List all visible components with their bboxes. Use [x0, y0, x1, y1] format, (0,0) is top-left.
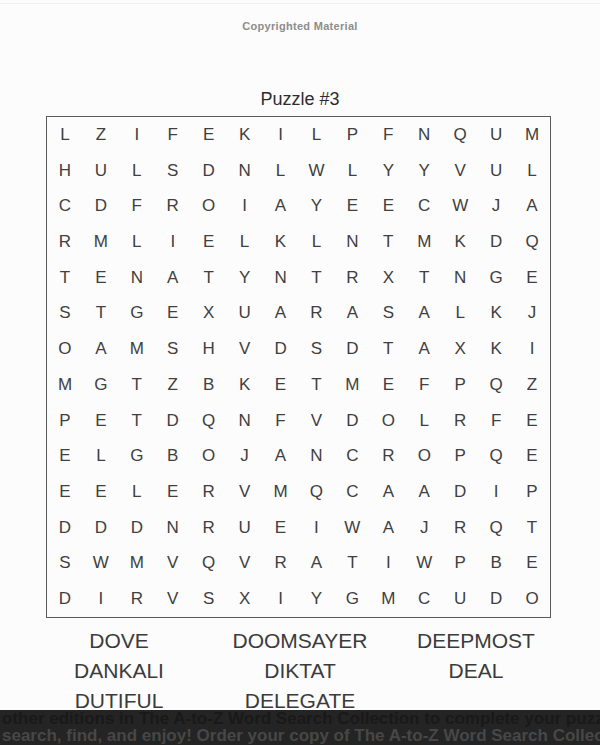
grid-cell: D — [263, 331, 299, 367]
grid-cell: A — [298, 546, 334, 582]
grid-cell: Z — [83, 117, 119, 153]
grid-cell: M — [119, 331, 155, 367]
grid-cell: N — [442, 260, 478, 296]
grid-cell: C — [406, 188, 442, 224]
grid-cell: O — [406, 438, 442, 474]
grid-cell: A — [406, 331, 442, 367]
grid-cell: V — [227, 546, 263, 582]
grid-cell: D — [155, 403, 191, 439]
grid-cell: C — [334, 474, 370, 510]
grid-cell: K — [478, 331, 514, 367]
grid-cell: S — [47, 296, 83, 332]
grid-cell: B — [155, 438, 191, 474]
grid-cell: V — [227, 331, 263, 367]
grid-cell: T — [334, 546, 370, 582]
grid-cell: F — [478, 403, 514, 439]
grid-cell: E — [514, 403, 550, 439]
grid-cell: Y — [298, 581, 334, 617]
grid-cell: U — [83, 153, 119, 189]
grid-cell: E — [370, 367, 406, 403]
grid-cell: U — [227, 510, 263, 546]
grid-cell: L — [334, 153, 370, 189]
grid-cell: K — [263, 224, 299, 260]
grid-cell: L — [298, 117, 334, 153]
word-list-item: DANKALI — [28, 656, 210, 686]
grid-cell: P — [514, 474, 550, 510]
grid-cell: N — [334, 224, 370, 260]
grid-cell: C — [47, 188, 83, 224]
grid-cell: A — [263, 296, 299, 332]
grid-cell: A — [370, 474, 406, 510]
grid-cell: P — [47, 403, 83, 439]
grid-cell: W — [442, 188, 478, 224]
grid-cell: D — [191, 153, 227, 189]
word-list-item: DEAL — [390, 656, 562, 686]
copyright-notice: Copyrighted Material — [0, 20, 600, 32]
grid-cell: L — [406, 403, 442, 439]
grid-cell: N — [406, 117, 442, 153]
grid-cell: E — [155, 296, 191, 332]
grid-cell: O — [47, 331, 83, 367]
grid-cell: Y — [406, 153, 442, 189]
grid-cell: L — [83, 438, 119, 474]
grid-cell: M — [334, 367, 370, 403]
grid-cell: J — [406, 510, 442, 546]
grid-cell: G — [119, 296, 155, 332]
grid-cell: R — [370, 438, 406, 474]
grid-cell: N — [119, 260, 155, 296]
grid-cell: M — [514, 117, 550, 153]
grid-cell: A — [406, 296, 442, 332]
footer-text-line2: search, find, and enjoy! Order your copy… — [0, 727, 600, 745]
grid-cell: Q — [478, 510, 514, 546]
grid-cell: L — [442, 296, 478, 332]
grid-cell: I — [370, 546, 406, 582]
grid-cell: P — [442, 438, 478, 474]
grid-cell: G — [334, 581, 370, 617]
grid-cell: O — [191, 188, 227, 224]
grid-cell: D — [478, 224, 514, 260]
grid-cell: R — [442, 403, 478, 439]
grid-cell: A — [370, 510, 406, 546]
grid-cell: Z — [514, 367, 550, 403]
grid-cell: L — [263, 153, 299, 189]
top-divider — [0, 3, 600, 4]
grid-cell: E — [514, 260, 550, 296]
grid-cell: U — [442, 581, 478, 617]
grid-cell: F — [263, 403, 299, 439]
grid-cell: S — [155, 331, 191, 367]
grid-cell: F — [370, 117, 406, 153]
grid-cell: F — [406, 367, 442, 403]
grid-cell: X — [442, 331, 478, 367]
word-search-grid: LZIFEKILPFNQUMHULSDNLWLYYVULCDFROIAYEECW… — [46, 116, 551, 618]
grid-cell: S — [298, 331, 334, 367]
grid-cell: Q — [478, 438, 514, 474]
grid-cell: T — [298, 367, 334, 403]
grid-cell: L — [119, 224, 155, 260]
grid-cell: Q — [191, 546, 227, 582]
grid-cell: M — [370, 581, 406, 617]
footer-overlay: other editions in The A-to-Z Word Search… — [0, 710, 600, 745]
grid-cell: W — [298, 153, 334, 189]
grid-cell: S — [191, 581, 227, 617]
footer-text-line1: other editions in The A-to-Z Word Search… — [0, 710, 600, 727]
grid-cell: E — [83, 403, 119, 439]
grid-cell: Q — [478, 367, 514, 403]
grid-cell: Q — [442, 117, 478, 153]
grid-cell: N — [263, 260, 299, 296]
grid-cell: D — [83, 510, 119, 546]
grid-cell: A — [514, 188, 550, 224]
grid-cell: T — [514, 510, 550, 546]
grid-cell: O — [370, 403, 406, 439]
grid-cell: H — [191, 331, 227, 367]
grid-cell: V — [227, 474, 263, 510]
grid-cell: K — [478, 296, 514, 332]
grid-cell: I — [478, 474, 514, 510]
grid-cell: P — [442, 367, 478, 403]
grid-cell: E — [47, 438, 83, 474]
grid-cell: L — [514, 153, 550, 189]
grid-cell: T — [191, 260, 227, 296]
grid-cell: Q — [191, 403, 227, 439]
grid-cell: G — [119, 438, 155, 474]
grid-cell: R — [191, 510, 227, 546]
grid-cell: A — [334, 296, 370, 332]
grid-cell: W — [83, 546, 119, 582]
grid-cell: Y — [227, 260, 263, 296]
grid-cell: V — [442, 153, 478, 189]
grid-cell: J — [227, 438, 263, 474]
grid-cell: V — [298, 403, 334, 439]
grid-cell: F — [155, 117, 191, 153]
grid-cell: E — [83, 260, 119, 296]
grid-cell: P — [442, 546, 478, 582]
grid-cell: M — [406, 224, 442, 260]
grid-cell: T — [370, 224, 406, 260]
grid-cell: V — [155, 546, 191, 582]
grid-cell: K — [227, 117, 263, 153]
grid-cell: E — [370, 188, 406, 224]
grid-cell: X — [191, 296, 227, 332]
grid-cell: Q — [298, 474, 334, 510]
grid-cell: N — [298, 438, 334, 474]
grid-cell: F — [119, 188, 155, 224]
grid-cell: I — [263, 117, 299, 153]
word-list-item: DEEPMOST — [390, 626, 562, 656]
grid-cell: P — [334, 117, 370, 153]
grid-cell: R — [155, 188, 191, 224]
word-list: DOVEDOOMSAYERDEEPMOSTDANKALIDIKTATDEALDU… — [28, 626, 572, 716]
grid-cell: M — [83, 224, 119, 260]
grid-cell: N — [227, 153, 263, 189]
grid-cell: I — [514, 331, 550, 367]
grid-cell: W — [406, 546, 442, 582]
grid-cell: I — [227, 188, 263, 224]
grid-cell: G — [478, 260, 514, 296]
grid-cell: R — [191, 474, 227, 510]
grid-cell: L — [119, 474, 155, 510]
grid-cell: K — [442, 224, 478, 260]
grid-cell: N — [227, 403, 263, 439]
grid-cell: I — [155, 224, 191, 260]
grid-cell: E — [191, 224, 227, 260]
grid-cell: Y — [370, 153, 406, 189]
grid-cell: D — [47, 510, 83, 546]
grid-cell: E — [514, 438, 550, 474]
grid-cell: E — [155, 474, 191, 510]
grid-cell: D — [478, 581, 514, 617]
grid-cell: R — [442, 510, 478, 546]
grid-cell: D — [83, 188, 119, 224]
grid-cell: D — [334, 403, 370, 439]
grid-cell: C — [406, 581, 442, 617]
grid-cell: L — [47, 117, 83, 153]
grid-cell: R — [263, 546, 299, 582]
grid-cell: I — [119, 117, 155, 153]
grid-cell: L — [298, 224, 334, 260]
grid-cell: J — [514, 296, 550, 332]
grid-cell: U — [478, 153, 514, 189]
grid-cell: T — [119, 367, 155, 403]
book-page: Copyrighted Material Puzzle #3 LZIFEKILP… — [0, 0, 600, 745]
grid-cell: E — [263, 510, 299, 546]
grid-cell: E — [83, 474, 119, 510]
grid-cell: S — [370, 296, 406, 332]
grid-cell: A — [83, 331, 119, 367]
grid-cell: J — [478, 188, 514, 224]
grid-cell: R — [119, 581, 155, 617]
grid-cell: G — [83, 367, 119, 403]
grid-cell: C — [334, 438, 370, 474]
grid-cell: U — [478, 117, 514, 153]
grid-cell: D — [47, 581, 83, 617]
word-list-item: DOOMSAYER — [210, 626, 390, 656]
grid-cell: V — [155, 581, 191, 617]
grid-cell: E — [514, 546, 550, 582]
grid-cell: A — [155, 260, 191, 296]
grid-cell: T — [47, 260, 83, 296]
grid-cell: I — [298, 510, 334, 546]
grid-cell: S — [155, 153, 191, 189]
grid-cell: M — [263, 474, 299, 510]
grid-cell: T — [298, 260, 334, 296]
grid-cell: R — [334, 260, 370, 296]
grid-cell: D — [442, 474, 478, 510]
grid-cell: R — [47, 224, 83, 260]
grid-cell: T — [83, 296, 119, 332]
grid-cell: D — [334, 331, 370, 367]
grid-cell: D — [119, 510, 155, 546]
grid-cell: L — [227, 224, 263, 260]
grid-cell: W — [334, 510, 370, 546]
grid-cell: A — [406, 474, 442, 510]
grid-cell: Q — [514, 224, 550, 260]
grid-cell: E — [47, 474, 83, 510]
grid-cell: S — [47, 546, 83, 582]
grid-cell: Z — [155, 367, 191, 403]
grid-cell: B — [478, 546, 514, 582]
grid-cell: E — [263, 367, 299, 403]
grid-cell: T — [406, 260, 442, 296]
grid-cell: X — [227, 581, 263, 617]
grid-cell: K — [227, 367, 263, 403]
grid-cell: R — [298, 296, 334, 332]
grid-cell: M — [47, 367, 83, 403]
grid-cell: T — [119, 403, 155, 439]
grid-cell: A — [263, 438, 299, 474]
grid-cell: N — [155, 510, 191, 546]
grid-cell: T — [370, 331, 406, 367]
grid-cell: O — [191, 438, 227, 474]
grid-cell: A — [263, 188, 299, 224]
grid-cell: Y — [298, 188, 334, 224]
grid-cell: H — [47, 153, 83, 189]
word-list-item: DOVE — [28, 626, 210, 656]
grid-cell: B — [191, 367, 227, 403]
grid-cell: I — [83, 581, 119, 617]
grid-cell: O — [514, 581, 550, 617]
grid-cell: M — [119, 546, 155, 582]
puzzle-title: Puzzle #3 — [0, 89, 600, 110]
grid-cell: I — [263, 581, 299, 617]
word-list-item: DIKTAT — [210, 656, 390, 686]
grid-cell: E — [334, 188, 370, 224]
grid-cell: X — [370, 260, 406, 296]
grid-cell: L — [119, 153, 155, 189]
grid-cell: U — [227, 296, 263, 332]
grid-cell: E — [191, 117, 227, 153]
